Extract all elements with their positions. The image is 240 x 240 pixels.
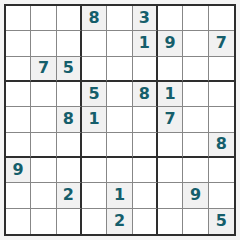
cell-r6c2-empty[interactable] <box>31 133 56 158</box>
cell-r2c9-given-7[interactable]: 7 <box>209 31 234 56</box>
cell-r5c5-empty[interactable] <box>107 107 132 132</box>
cell-r6c8-empty[interactable] <box>183 133 208 158</box>
cell-r1c4-given-8[interactable]: 8 <box>82 6 107 31</box>
cell-r7c8-empty[interactable] <box>183 158 208 183</box>
cell-r5c1-empty[interactable] <box>6 107 31 132</box>
cell-r6c4-empty[interactable] <box>82 133 107 158</box>
cell-r9c9-given-5[interactable]: 5 <box>209 209 234 234</box>
cell-r2c2-empty[interactable] <box>31 31 56 56</box>
cell-r3c6-empty[interactable] <box>133 57 158 82</box>
cell-r7c7-empty[interactable] <box>158 158 183 183</box>
cell-r3c8-empty[interactable] <box>183 57 208 82</box>
cell-r5c9-empty[interactable] <box>209 107 234 132</box>
cell-r6c1-empty[interactable] <box>6 133 31 158</box>
cell-r4c8-empty[interactable] <box>183 82 208 107</box>
cell-r1c3-empty[interactable] <box>57 6 82 31</box>
cell-r1c6-given-3[interactable]: 3 <box>133 6 158 31</box>
cell-r3c2-given-7[interactable]: 7 <box>31 57 56 82</box>
cell-r1c8-empty[interactable] <box>183 6 208 31</box>
cell-r3c3-given-5[interactable]: 5 <box>57 57 82 82</box>
cell-r1c5-empty[interactable] <box>107 6 132 31</box>
cell-r4c5-empty[interactable] <box>107 82 132 107</box>
cell-r7c2-empty[interactable] <box>31 158 56 183</box>
cell-r4c9-empty[interactable] <box>209 82 234 107</box>
cell-r2c4-empty[interactable] <box>82 31 107 56</box>
cell-r6c6-empty[interactable] <box>133 133 158 158</box>
cell-r6c7-empty[interactable] <box>158 133 183 158</box>
cell-r1c9-empty[interactable] <box>209 6 234 31</box>
page-background: 83197755818178921925 <box>0 0 240 240</box>
cell-r8c9-empty[interactable] <box>209 183 234 208</box>
cell-r9c5-given-2[interactable]: 2 <box>107 209 132 234</box>
cell-r5c6-empty[interactable] <box>133 107 158 132</box>
cell-r4c3-empty[interactable] <box>57 82 82 107</box>
sudoku-board: 83197755818178921925 <box>4 4 236 236</box>
cell-r2c5-empty[interactable] <box>107 31 132 56</box>
cell-r7c9-empty[interactable] <box>209 158 234 183</box>
cell-r2c3-empty[interactable] <box>57 31 82 56</box>
cell-r4c1-empty[interactable] <box>6 82 31 107</box>
cell-r3c7-empty[interactable] <box>158 57 183 82</box>
cell-r2c1-empty[interactable] <box>6 31 31 56</box>
cell-r5c3-given-8[interactable]: 8 <box>57 107 82 132</box>
cell-r3c9-empty[interactable] <box>209 57 234 82</box>
cell-r7c6-empty[interactable] <box>133 158 158 183</box>
cell-r9c6-empty[interactable] <box>133 209 158 234</box>
cell-r5c7-given-7[interactable]: 7 <box>158 107 183 132</box>
cell-r8c7-empty[interactable] <box>158 183 183 208</box>
cell-r6c3-empty[interactable] <box>57 133 82 158</box>
cell-r5c2-empty[interactable] <box>31 107 56 132</box>
cell-r7c5-empty[interactable] <box>107 158 132 183</box>
cell-r6c9-given-8[interactable]: 8 <box>209 133 234 158</box>
cell-r1c7-empty[interactable] <box>158 6 183 31</box>
cell-r1c1-empty[interactable] <box>6 6 31 31</box>
cell-r8c6-empty[interactable] <box>133 183 158 208</box>
cell-r9c8-empty[interactable] <box>183 209 208 234</box>
cell-r2c6-given-1[interactable]: 1 <box>133 31 158 56</box>
cell-r1c2-empty[interactable] <box>31 6 56 31</box>
cell-r8c2-empty[interactable] <box>31 183 56 208</box>
cell-r9c2-empty[interactable] <box>31 209 56 234</box>
cell-r4c2-empty[interactable] <box>31 82 56 107</box>
cell-r8c1-empty[interactable] <box>6 183 31 208</box>
cell-r3c4-empty[interactable] <box>82 57 107 82</box>
cell-r4c4-given-5[interactable]: 5 <box>82 82 107 107</box>
cell-r3c1-empty[interactable] <box>6 57 31 82</box>
cell-r8c8-given-9[interactable]: 9 <box>183 183 208 208</box>
cell-r9c3-empty[interactable] <box>57 209 82 234</box>
cell-r7c4-empty[interactable] <box>82 158 107 183</box>
cell-r5c4-given-1[interactable]: 1 <box>82 107 107 132</box>
cell-r8c5-given-1[interactable]: 1 <box>107 183 132 208</box>
cell-r3c5-empty[interactable] <box>107 57 132 82</box>
cell-r7c1-given-9[interactable]: 9 <box>6 158 31 183</box>
cell-r4c6-given-8[interactable]: 8 <box>133 82 158 107</box>
cell-r5c8-empty[interactable] <box>183 107 208 132</box>
cell-r2c7-given-9[interactable]: 9 <box>158 31 183 56</box>
cell-r8c3-given-2[interactable]: 2 <box>57 183 82 208</box>
cell-r6c5-empty[interactable] <box>107 133 132 158</box>
cell-r4c7-given-1[interactable]: 1 <box>158 82 183 107</box>
cell-r9c1-empty[interactable] <box>6 209 31 234</box>
cell-r9c4-empty[interactable] <box>82 209 107 234</box>
cell-r7c3-empty[interactable] <box>57 158 82 183</box>
cell-r2c8-empty[interactable] <box>183 31 208 56</box>
cell-r9c7-empty[interactable] <box>158 209 183 234</box>
cell-r8c4-empty[interactable] <box>82 183 107 208</box>
